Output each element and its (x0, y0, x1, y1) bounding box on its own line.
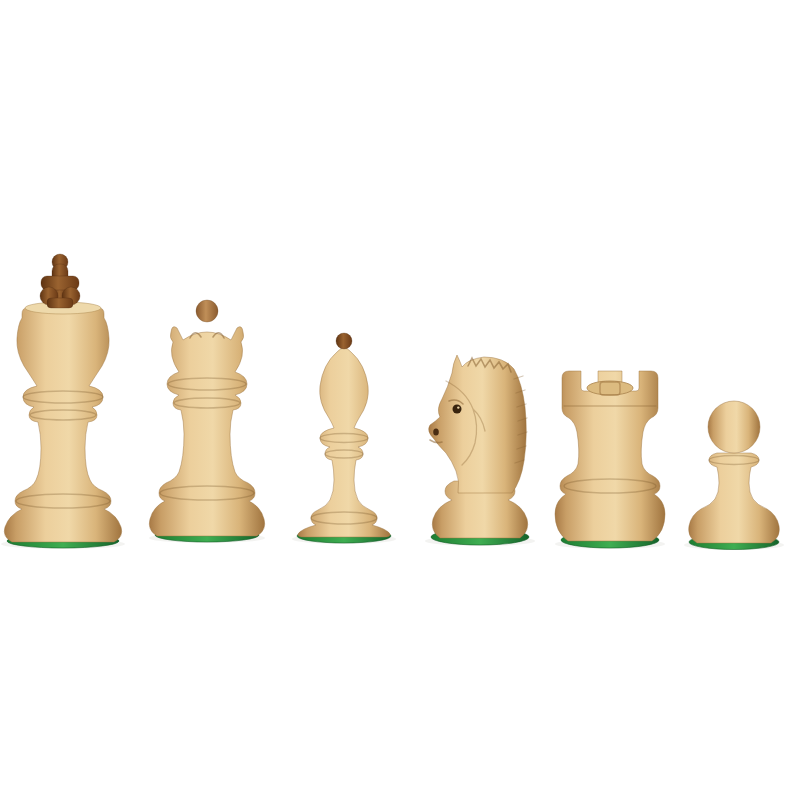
photo-canvas (0, 0, 800, 800)
rook-top-platform (587, 381, 633, 395)
pawn-body (689, 453, 780, 543)
bishop-ball-finial (336, 333, 352, 349)
queen-illustration (145, 294, 269, 546)
chess-piece-knight (424, 349, 536, 553)
bishop-illustration (292, 330, 396, 546)
king-cross-finial (40, 254, 80, 308)
queen-ball-finial (196, 300, 218, 322)
chess-piece-king (0, 246, 126, 550)
king-body (4, 308, 121, 542)
pawn-ball-head (708, 401, 760, 453)
pawn-illustration (684, 395, 784, 551)
knight-eye (453, 405, 462, 414)
knight-illustration (424, 349, 536, 553)
chess-piece-queen (145, 294, 269, 546)
knight-nostril (433, 429, 439, 436)
chess-piece-pawn (684, 395, 784, 551)
rook-illustration (554, 362, 666, 550)
chess-piece-rook (554, 362, 666, 550)
king-illustration (0, 246, 126, 550)
knight-horse-head (429, 355, 527, 493)
chess-piece-bishop (292, 330, 396, 546)
rook-body (555, 371, 665, 541)
knight-eye-glint (457, 406, 459, 408)
queen-body (149, 327, 264, 536)
